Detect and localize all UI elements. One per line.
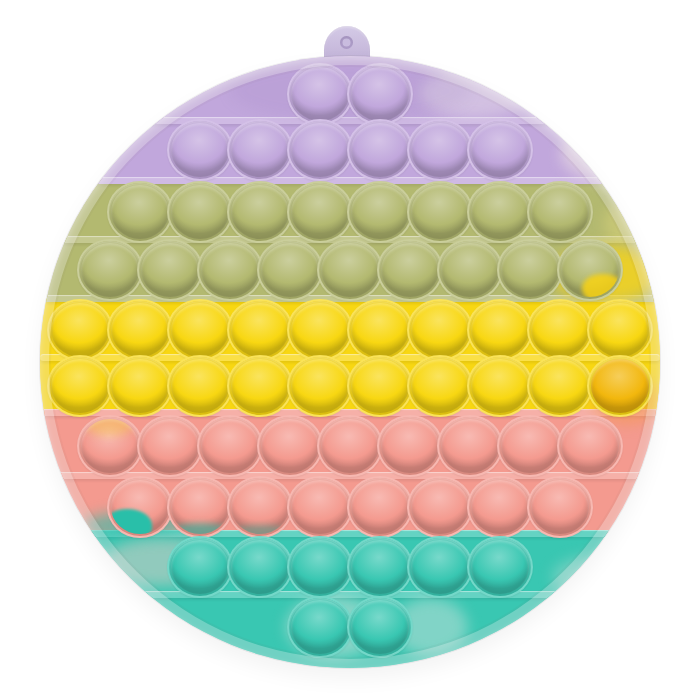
bubble-dome [321, 419, 379, 473]
bubble-r7-c2[interactable] [137, 415, 203, 477]
bubble-dome [231, 480, 289, 534]
bubble-r7-c6[interactable] [377, 415, 443, 477]
bubble-dome [351, 359, 409, 413]
bubble-dome [531, 359, 589, 413]
bubble-dome [441, 243, 499, 297]
bubble-dome [411, 123, 469, 177]
bubble-r8-c8[interactable] [527, 476, 593, 538]
bubble-r4-c9[interactable] [557, 239, 623, 301]
bubble-r5-c2[interactable] [107, 299, 173, 361]
bubble-r5-c8[interactable] [467, 299, 533, 361]
marble-blob-3 [560, 125, 660, 183]
bubble-r4-c3[interactable] [197, 239, 263, 301]
bubble-dome [351, 123, 409, 177]
bubble-r4-c8[interactable] [497, 239, 563, 301]
bubble-r4-c2[interactable] [137, 239, 203, 301]
bubble-r6-c7[interactable] [407, 355, 473, 417]
bubble-r5-c6[interactable] [347, 299, 413, 361]
bubble-dome [411, 359, 469, 413]
bubble-dome [471, 123, 529, 177]
bubble-r7-c1[interactable] [77, 415, 143, 477]
bubble-dome [471, 540, 529, 594]
bubble-r7-c9[interactable] [557, 415, 623, 477]
bubble-dome [51, 303, 109, 357]
bubble-dome [351, 480, 409, 534]
bubble-dome [591, 303, 649, 357]
bubble-r9-c5[interactable] [407, 536, 473, 598]
bubble-r5-c7[interactable] [407, 299, 473, 361]
bubble-dome [291, 185, 349, 239]
bubble-dome [231, 540, 289, 594]
bubble-r3-c6[interactable] [407, 181, 473, 243]
bubble-dome [231, 123, 289, 177]
bubble-r6-c8[interactable] [467, 355, 533, 417]
bubble-dome [201, 243, 259, 297]
bubble-r10-c2[interactable] [347, 596, 413, 658]
bubble-r8-c4[interactable] [287, 476, 353, 538]
row-ridge-1 [40, 117, 660, 124]
bubble-r8-c3[interactable] [227, 476, 293, 538]
bubble-dome [141, 419, 199, 473]
bubble-dome [441, 419, 499, 473]
bubble-dome [351, 303, 409, 357]
bubble-dome [231, 303, 289, 357]
bubble-dome [171, 480, 229, 534]
bubble-r6-c5[interactable] [287, 355, 353, 417]
bubble-r5-c5[interactable] [287, 299, 353, 361]
bubble-color-bleed [582, 274, 619, 297]
bubble-r3-c8[interactable] [527, 181, 593, 243]
bubble-r3-c5[interactable] [347, 181, 413, 243]
bubble-r1-c1[interactable] [287, 63, 353, 125]
bubble-dome [561, 419, 619, 473]
bubble-r4-c6[interactable] [377, 239, 443, 301]
bubble-dome [111, 359, 169, 413]
bubble-r9-c4[interactable] [347, 536, 413, 598]
bubble-r5-c4[interactable] [227, 299, 293, 361]
bubble-r4-c1[interactable] [77, 239, 143, 301]
bubble-r4-c7[interactable] [437, 239, 503, 301]
bubble-r6-c3[interactable] [167, 355, 233, 417]
bubble-dome [411, 185, 469, 239]
bubble-dome [291, 303, 349, 357]
bubble-r7-c4[interactable] [257, 415, 323, 477]
bubble-r1-c2[interactable] [347, 63, 413, 125]
bubble-dome [111, 303, 169, 357]
bubble-dome [471, 185, 529, 239]
bubble-dome [261, 419, 319, 473]
bubble-dome [141, 243, 199, 297]
bubble-r3-c1[interactable] [107, 181, 173, 243]
bubble-r2-c5[interactable] [407, 119, 473, 181]
bubble-dome [471, 359, 529, 413]
marble-blob-11 [552, 556, 637, 598]
bubble-r7-c3[interactable] [197, 415, 263, 477]
product-photo-pop-it [0, 0, 700, 700]
bubble-r3-c4[interactable] [287, 181, 353, 243]
bubble-r9-c6[interactable] [467, 536, 533, 598]
bubble-dome [171, 540, 229, 594]
bubble-dome [471, 480, 529, 534]
bubble-dome [111, 185, 169, 239]
bubble-dome [471, 303, 529, 357]
bubble-r2-c2[interactable] [227, 119, 293, 181]
bubble-dome [381, 243, 439, 297]
bubble-r3-c3[interactable] [227, 181, 293, 243]
bubble-dome [411, 303, 469, 357]
bubble-r8-c2[interactable] [167, 476, 233, 538]
bubble-r6-c2[interactable] [107, 355, 173, 417]
bubble-r6-c6[interactable] [347, 355, 413, 417]
bubble-dome [51, 359, 109, 413]
bubble-r7-c8[interactable] [497, 415, 563, 477]
bubble-dome [171, 303, 229, 357]
bubble-r2-c1[interactable] [167, 119, 233, 181]
bubble-dome [351, 540, 409, 594]
bubble-dome [351, 185, 409, 239]
bubble-r9-c3[interactable] [287, 536, 353, 598]
bubble-r3-c7[interactable] [467, 181, 533, 243]
bubble-r8-c1[interactable] [107, 476, 173, 538]
bubble-r8-c6[interactable] [407, 476, 473, 538]
bubble-r6-c1[interactable] [47, 355, 113, 417]
bubble-dome [231, 359, 289, 413]
bubble-dome [351, 600, 409, 654]
bubble-dome [411, 480, 469, 534]
bubble-r8-c7[interactable] [467, 476, 533, 538]
bubble-r8-c5[interactable] [347, 476, 413, 538]
bubble-r6-c9[interactable] [527, 355, 593, 417]
bubble-dome [291, 123, 349, 177]
bubble-r2-c3[interactable] [287, 119, 353, 181]
bubble-dome [81, 419, 139, 473]
bubble-dome [171, 123, 229, 177]
bubble-dome [171, 359, 229, 413]
bubble-dome [591, 359, 649, 413]
bubble-r7-c5[interactable] [317, 415, 383, 477]
bubble-r4-c5[interactable] [317, 239, 383, 301]
bubble-dome [561, 243, 619, 297]
bubble-r5-c3[interactable] [167, 299, 233, 361]
bubble-dome [261, 243, 319, 297]
bubble-r2-c6[interactable] [467, 119, 533, 181]
bubble-dome [291, 67, 349, 121]
bubble-r5-c1[interactable] [47, 299, 113, 361]
bubble-r5-c10[interactable] [587, 299, 653, 361]
bubble-dome [201, 419, 259, 473]
bubble-color-bleed [86, 419, 134, 436]
bubble-r4-c4[interactable] [257, 239, 323, 301]
bubble-r10-c1[interactable] [287, 596, 353, 658]
bubble-dome [411, 540, 469, 594]
bubble-r3-c2[interactable] [167, 181, 233, 243]
bubble-dome [501, 419, 559, 473]
row-ridge-9 [40, 591, 660, 598]
bubble-r6-c10[interactable] [587, 355, 653, 417]
bubble-r5-c9[interactable] [527, 299, 593, 361]
bubble-r6-c4[interactable] [227, 355, 293, 417]
marble-blob-1 [420, 68, 530, 118]
bubble-r7-c7[interactable] [437, 415, 503, 477]
pop-it-board [40, 56, 660, 668]
bubble-dome [531, 480, 589, 534]
bubble-dome [321, 243, 379, 297]
bubble-dome [351, 67, 409, 121]
bubble-dome [531, 185, 589, 239]
bubble-dome [291, 480, 349, 534]
bubble-dome [501, 243, 559, 297]
bubble-r2-c4[interactable] [347, 119, 413, 181]
bubble-dome [111, 480, 169, 534]
bubble-dome [171, 185, 229, 239]
tab-hole [340, 36, 353, 49]
bubble-r9-c2[interactable] [227, 536, 293, 598]
bubble-dome [291, 540, 349, 594]
bubble-dome [231, 185, 289, 239]
bubble-r9-c1[interactable] [167, 536, 233, 598]
bubble-dome [291, 359, 349, 413]
bubble-dome [291, 600, 349, 654]
bubble-dome [381, 419, 439, 473]
bubble-dome [531, 303, 589, 357]
bubble-dome [81, 243, 139, 297]
